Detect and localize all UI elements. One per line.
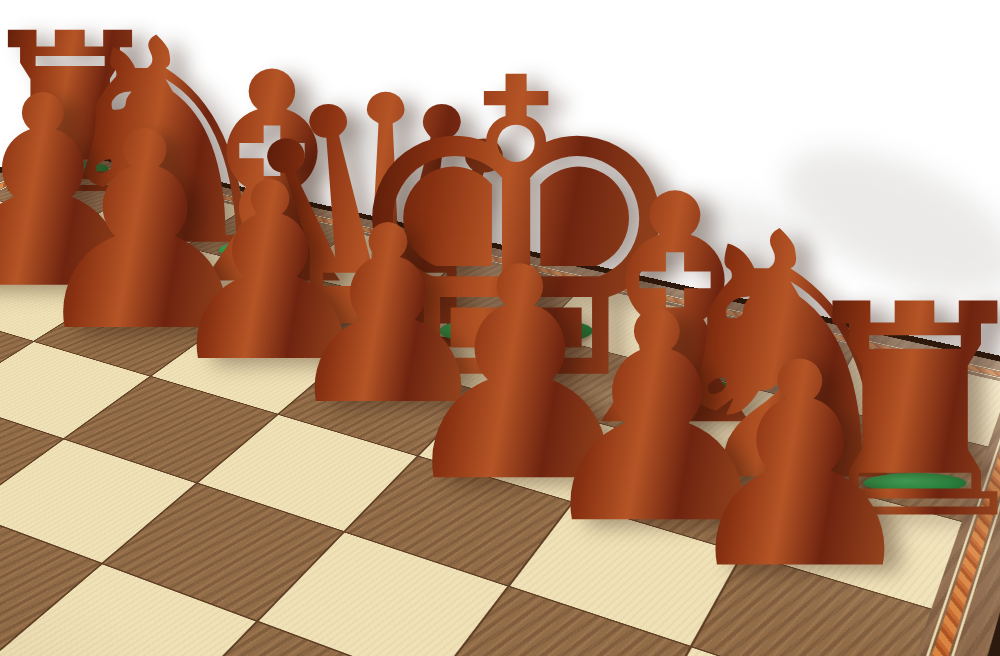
photo-stage: ♜♞♝♟♟♛♚♟♟♝♞♟♜♟♟ [0,0,1000,656]
pawn-glyph: ♟ [674,326,927,608]
